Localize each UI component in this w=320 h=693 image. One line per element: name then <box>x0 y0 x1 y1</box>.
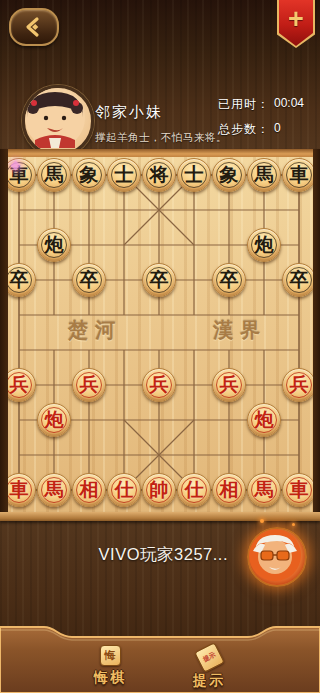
piece-black[interactable]: 将 <box>142 158 176 192</box>
piece-red[interactable]: 仕 <box>177 473 211 507</box>
opponent-avatar[interactable] <box>22 85 94 157</box>
piece-black[interactable]: 士 <box>107 158 141 192</box>
hint-label: 提示 <box>179 672 239 690</box>
piece-red[interactable]: 馬 <box>247 473 281 507</box>
piece-red[interactable]: 兵 <box>142 368 176 402</box>
piece-black[interactable]: 卒 <box>72 263 106 297</box>
master-avatar-icon <box>249 529 301 581</box>
piece-black[interactable]: 卒 <box>142 263 176 297</box>
piece-black[interactable]: 象 <box>212 158 246 192</box>
board-frame-left <box>0 149 8 520</box>
back-button[interactable] <box>9 8 59 46</box>
piece-red[interactable]: 馬 <box>37 473 71 507</box>
piece-black[interactable]: 車 <box>282 158 316 192</box>
girl-avatar-icon <box>25 88 85 148</box>
piece-black[interactable]: 馬 <box>37 158 71 192</box>
opponent-name: 邻家小妹 <box>95 103 163 122</box>
player-avatar[interactable] <box>247 527 307 587</box>
piece-red[interactable]: 兵 <box>72 368 106 402</box>
back-arrow-icon <box>23 16 45 38</box>
elapsed-time-value: 00:04 <box>274 96 304 113</box>
piece-red[interactable]: 相 <box>212 473 246 507</box>
xiangqi-game-screen: + 邻家小妹 撑起羊角士，不怕马来将。 已用时： 00:04 总步数： 0 <box>0 0 320 693</box>
ember-spark <box>260 519 264 523</box>
undo-tile-char: 悔 <box>105 650 116 661</box>
hint-tile-icon: 提示 <box>194 642 225 673</box>
move-count-label: 总步数： <box>218 121 270 138</box>
hint-tile-text: 提示 <box>202 651 217 663</box>
opponent-tagline: 撑起羊角士，不怕马来将。 <box>95 131 227 145</box>
player-name: VIVO玩家3257... <box>99 544 228 566</box>
move-count-value: 0 <box>274 121 281 138</box>
piece-black[interactable]: 炮 <box>37 228 71 262</box>
add-button[interactable]: + <box>277 0 315 48</box>
piece-red[interactable]: 相 <box>72 473 106 507</box>
piece-black[interactable]: 馬 <box>247 158 281 192</box>
board-frame-right <box>313 149 320 520</box>
piece-red[interactable]: 炮 <box>37 403 71 437</box>
piece-black[interactable]: 象 <box>72 158 106 192</box>
piece-red[interactable]: 車 <box>282 473 316 507</box>
move-count-row: 总步数： 0 <box>218 121 304 138</box>
piece-black[interactable]: 炮 <box>247 228 281 262</box>
piece-red[interactable]: 兵 <box>212 368 246 402</box>
piece-red[interactable]: 仕 <box>107 473 141 507</box>
piece-red[interactable]: 炮 <box>247 403 281 437</box>
bottom-tray <box>0 615 320 693</box>
piece-red[interactable]: 兵 <box>282 368 316 402</box>
piece-black[interactable]: 卒 <box>212 263 246 297</box>
game-stats: 已用时： 00:04 总步数： 0 <box>218 96 304 146</box>
pieces-layer: 車馬象士将士象馬車炮炮卒卒卒卒卒兵兵兵兵兵炮炮車馬相仕帥仕相馬車 <box>0 157 320 512</box>
elapsed-time-label: 已用时： <box>218 96 270 113</box>
ember-spark <box>292 523 295 526</box>
piece-black[interactable]: 卒 <box>282 263 316 297</box>
piece-red[interactable]: 帥 <box>142 473 176 507</box>
board-top-edge <box>0 149 320 157</box>
board-bottom-edge <box>0 512 320 521</box>
piece-black[interactable]: 士 <box>177 158 211 192</box>
undo-label: 悔棋 <box>80 669 140 687</box>
xiangqi-board[interactable]: 楚河 漢界 車馬象士将士象馬車炮炮卒卒卒卒卒兵兵兵兵兵炮炮車馬相仕帥仕相馬車 <box>0 157 320 512</box>
hint-button[interactable]: 提示 提示 <box>179 645 239 690</box>
undo-button[interactable]: 悔 悔棋 <box>80 645 140 687</box>
undo-tile-icon: 悔 <box>100 645 121 666</box>
plus-icon: + <box>277 4 315 35</box>
elapsed-time-row: 已用时： 00:04 <box>218 96 304 113</box>
